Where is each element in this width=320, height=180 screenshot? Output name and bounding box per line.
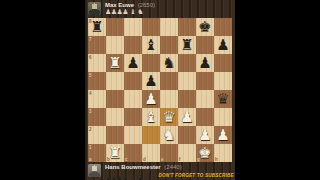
square-h4[interactable]: ♛ bbox=[214, 90, 232, 108]
piece-black-rook-f7[interactable]: ♜ bbox=[178, 36, 196, 54]
square-f2[interactable] bbox=[178, 126, 196, 144]
square-b6[interactable]: ♜ bbox=[106, 54, 124, 72]
piece-black-pawn-g6[interactable]: ♟ bbox=[196, 54, 214, 72]
square-c4[interactable] bbox=[124, 90, 142, 108]
bottom-player-name: Hans Bouwmeester bbox=[105, 164, 161, 170]
square-d8[interactable] bbox=[142, 18, 160, 36]
square-a1[interactable]: 1a bbox=[88, 144, 106, 162]
square-a7[interactable]: 7 bbox=[88, 36, 106, 54]
square-b7[interactable] bbox=[106, 36, 124, 54]
square-h5[interactable] bbox=[214, 72, 232, 90]
piece-white-king-g1[interactable]: ♚ bbox=[196, 144, 214, 162]
square-g6[interactable]: ♟ bbox=[196, 54, 214, 72]
square-f3[interactable]: ♟ bbox=[178, 108, 196, 126]
square-e7[interactable] bbox=[160, 36, 178, 54]
piece-white-pawn-d4[interactable]: ♟ bbox=[142, 90, 160, 108]
square-g1[interactable]: g♚ bbox=[196, 144, 214, 162]
piece-white-knight-e2[interactable]: ♞ bbox=[160, 126, 178, 144]
square-g5[interactable] bbox=[196, 72, 214, 90]
square-a6[interactable]: 6 bbox=[88, 54, 106, 72]
square-d5[interactable]: ♟ bbox=[142, 72, 160, 90]
rank-label-6: 6 bbox=[89, 55, 92, 60]
square-f8[interactable] bbox=[178, 18, 196, 36]
piece-black-king-g8[interactable]: ♚ bbox=[196, 18, 214, 36]
bottom-player-rating: (2440) bbox=[164, 164, 181, 170]
subscribe-annotation: DON'T FORGET TO SUBSCRIBE bbox=[159, 172, 234, 178]
rank-label-1: 1 bbox=[89, 145, 92, 150]
square-b1[interactable]: b♜ bbox=[106, 144, 124, 162]
square-b5[interactable] bbox=[106, 72, 124, 90]
square-f7[interactable]: ♜ bbox=[178, 36, 196, 54]
square-g2[interactable]: ♟ bbox=[196, 126, 214, 144]
file-label-c: c bbox=[125, 157, 128, 162]
square-d7[interactable]: ♝ bbox=[142, 36, 160, 54]
square-e5[interactable] bbox=[160, 72, 178, 90]
bottom-captured-pieces: ♟♟♟♟ ♝ ♞ bbox=[105, 175, 143, 180]
square-c3[interactable] bbox=[124, 108, 142, 126]
video-frame: Max Euwe (2650) ♟♟♟♟ ♝ ♞ 8♜♚7♝♜♟6♜♟♞♟5♟4… bbox=[85, 0, 235, 180]
square-a5[interactable]: 5 bbox=[88, 72, 106, 90]
square-g7[interactable] bbox=[196, 36, 214, 54]
square-a8[interactable]: 8♜ bbox=[88, 18, 106, 36]
piece-white-rook-b1[interactable]: ♜ bbox=[106, 144, 124, 162]
top-captured-pieces: ♟♟♟♟ ♝ ♞ bbox=[105, 8, 143, 16]
piece-black-bishop-d7[interactable]: ♝ bbox=[142, 36, 160, 54]
file-label-e: e bbox=[161, 157, 164, 162]
top-player-avatar bbox=[88, 2, 101, 15]
square-h6[interactable] bbox=[214, 54, 232, 72]
chess-board[interactable]: 8♜♚7♝♜♟6♜♟♞♟5♟4♟♛3♝♛♟2♞♟♟1ab♜cdefg♚h bbox=[88, 18, 232, 162]
piece-black-pawn-c6[interactable]: ♟ bbox=[124, 54, 142, 72]
square-g4[interactable] bbox=[196, 90, 214, 108]
pillarboxed-frame: Max Euwe (2650) ♟♟♟♟ ♝ ♞ 8♜♚7♝♜♟6♜♟♞♟5♟4… bbox=[0, 0, 320, 180]
square-e2[interactable]: ♞ bbox=[160, 126, 178, 144]
file-label-f: f bbox=[179, 157, 181, 162]
rank-label-5: 5 bbox=[89, 73, 92, 78]
piece-white-pawn-g2[interactable]: ♟ bbox=[196, 126, 214, 144]
square-c5[interactable] bbox=[124, 72, 142, 90]
square-a2[interactable]: 2 bbox=[88, 126, 106, 144]
rank-label-7: 7 bbox=[89, 37, 92, 42]
square-e4[interactable] bbox=[160, 90, 178, 108]
file-label-h: h bbox=[215, 157, 218, 162]
square-h7[interactable]: ♟ bbox=[214, 36, 232, 54]
square-c8[interactable] bbox=[124, 18, 142, 36]
bottom-player-name-row: Hans Bouwmeester (2440) bbox=[105, 164, 182, 171]
rank-label-3: 3 bbox=[89, 109, 92, 114]
square-h2[interactable]: ♟ bbox=[214, 126, 232, 144]
square-d4[interactable]: ♟ bbox=[142, 90, 160, 108]
square-c2[interactable] bbox=[124, 126, 142, 144]
piece-black-rook-a8[interactable]: ♜ bbox=[88, 18, 106, 36]
square-d2[interactable] bbox=[142, 126, 160, 144]
piece-black-pawn-h7[interactable]: ♟ bbox=[214, 36, 232, 54]
square-c6[interactable]: ♟ bbox=[124, 54, 142, 72]
square-e3[interactable]: ♛ bbox=[160, 108, 178, 126]
rank-label-4: 4 bbox=[89, 91, 92, 96]
square-h3[interactable] bbox=[214, 108, 232, 126]
square-a4[interactable]: 4 bbox=[88, 90, 106, 108]
square-e6[interactable]: ♞ bbox=[160, 54, 178, 72]
piece-black-pawn-d5[interactable]: ♟ bbox=[142, 72, 160, 90]
file-label-a: a bbox=[89, 157, 92, 162]
square-b3[interactable] bbox=[106, 108, 124, 126]
square-d1[interactable]: d bbox=[142, 144, 160, 162]
square-c7[interactable] bbox=[124, 36, 142, 54]
rank-label-2: 2 bbox=[89, 127, 92, 132]
piece-black-queen-h4[interactable]: ♛ bbox=[214, 90, 232, 108]
square-f4[interactable] bbox=[178, 90, 196, 108]
square-d6[interactable] bbox=[142, 54, 160, 72]
square-h1[interactable]: h bbox=[214, 144, 232, 162]
square-b4[interactable] bbox=[106, 90, 124, 108]
piece-white-bishop-d3[interactable]: ♝ bbox=[142, 108, 160, 126]
square-e8[interactable] bbox=[160, 18, 178, 36]
top-player-bar: Max Euwe (2650) ♟♟♟♟ ♝ ♞ bbox=[85, 0, 235, 18]
square-g3[interactable] bbox=[196, 108, 214, 126]
square-g8[interactable]: ♚ bbox=[196, 18, 214, 36]
square-d3[interactable]: ♝ bbox=[142, 108, 160, 126]
square-f5[interactable] bbox=[178, 72, 196, 90]
piece-white-queen-e3[interactable]: ♛ bbox=[160, 108, 178, 126]
square-h8[interactable] bbox=[214, 18, 232, 36]
piece-white-pawn-h2[interactable]: ♟ bbox=[214, 126, 232, 144]
piece-white-rook-b6[interactable]: ♜ bbox=[106, 54, 124, 72]
piece-black-knight-e6[interactable]: ♞ bbox=[160, 54, 178, 72]
square-b8[interactable] bbox=[106, 18, 124, 36]
square-a3[interactable]: 3 bbox=[88, 108, 106, 126]
piece-white-pawn-f3[interactable]: ♟ bbox=[178, 108, 196, 126]
square-f1[interactable]: f bbox=[178, 144, 196, 162]
square-f6[interactable] bbox=[178, 54, 196, 72]
square-c1[interactable]: c bbox=[124, 144, 142, 162]
square-e1[interactable]: e bbox=[160, 144, 178, 162]
file-label-d: d bbox=[143, 157, 146, 162]
bottom-player-avatar bbox=[88, 164, 101, 177]
square-b2[interactable] bbox=[106, 126, 124, 144]
